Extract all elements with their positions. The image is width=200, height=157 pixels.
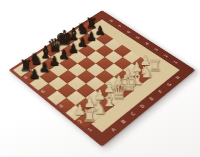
chess-set-photo: ♜♞♝♛♚♝♞♜♟♟♟♟♟♟♟♟♟♟♟♟♟♟♟♟♜♞♝♛♚♝♞♜ AABBCCD… [0,0,200,157]
piece-white-rook-a1: ♜ [82,109,97,126]
board-grid: ♜♞♝♛♚♝♞♜♟♟♟♟♟♟♟♟♟♟♟♟♟♟♟♟♜♞♝♛♚♝♞♜ [13,13,191,143]
chess-board: ♜♞♝♛♚♝♞♜♟♟♟♟♟♟♟♟♟♟♟♟♟♟♟♟♜♞♝♛♚♝♞♜ AABBCCD… [9,10,196,146]
piece-black-pawn-a7: ♟ [28,67,40,80]
